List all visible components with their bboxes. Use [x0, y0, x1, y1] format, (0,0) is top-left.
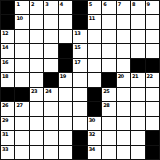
cell-r11c3[interactable] [30, 146, 43, 159]
cell-r8c6[interactable] [73, 102, 86, 115]
cell-r1c2[interactable]: 1 [15, 1, 28, 14]
cell-r8c4[interactable] [44, 102, 57, 115]
cell-r8c5[interactable] [59, 102, 72, 115]
cell-r4c11[interactable] [146, 44, 159, 57]
black-cell [88, 102, 101, 115]
cell-r10c10[interactable] [131, 131, 144, 144]
cell-r3c4[interactable] [44, 30, 57, 43]
clue-number: 11 [89, 15, 95, 21]
cell-r11c5[interactable] [59, 146, 72, 159]
cell-r9c10[interactable] [131, 117, 144, 130]
cell-r10c9[interactable] [117, 131, 130, 144]
cell-r8c2[interactable]: 27 [15, 102, 28, 115]
cell-r1c8[interactable]: 6 [102, 1, 115, 14]
clue-number: 7 [118, 1, 121, 7]
cell-r6c10[interactable]: 21 [131, 73, 144, 86]
cell-r8c9[interactable] [117, 102, 130, 115]
clue-number: 22 [147, 73, 153, 79]
clue-number: 6 [103, 1, 106, 7]
cell-r2c2[interactable]: 10 [15, 15, 28, 28]
cell-r9c4[interactable] [44, 117, 57, 130]
cell-r4c2[interactable] [15, 44, 28, 57]
cell-r3c5[interactable] [59, 30, 72, 43]
cell-r1c11[interactable]: 9 [146, 1, 159, 14]
black-cell [59, 59, 72, 72]
cell-r3c9[interactable] [117, 30, 130, 43]
cell-r11c9[interactable] [117, 146, 130, 159]
clue-number: 27 [16, 102, 22, 108]
clue-number: 4 [60, 1, 63, 7]
cell-r2c5[interactable] [59, 15, 72, 28]
cell-r6c6[interactable] [73, 73, 86, 86]
clue-number: 1 [16, 1, 19, 7]
cell-r11c8[interactable] [102, 146, 115, 159]
clue-number: 25 [103, 88, 109, 94]
cell-r10c7[interactable]: 32 [88, 131, 101, 144]
cell-r6c11[interactable]: 22 [146, 73, 159, 86]
black-cell [146, 59, 159, 72]
cell-r3c11[interactable] [146, 30, 159, 43]
black-cell [73, 146, 86, 159]
cell-r5c7[interactable] [88, 59, 101, 72]
clue-number: 34 [89, 146, 95, 152]
clue-number: 5 [89, 1, 92, 7]
cell-r10c1[interactable]: 31 [1, 131, 14, 144]
cell-r11c4[interactable] [44, 146, 57, 159]
cell-r8c3[interactable] [30, 102, 43, 115]
cell-r4c3[interactable] [30, 44, 43, 57]
cell-r11c10[interactable] [131, 146, 144, 159]
cell-r9c2[interactable] [15, 117, 28, 130]
cell-r7c5[interactable] [59, 88, 72, 101]
black-cell [59, 44, 72, 57]
cell-r5c3[interactable] [30, 59, 43, 72]
cell-r3c1[interactable]: 12 [1, 30, 14, 43]
cell-r3c8[interactable] [102, 30, 115, 43]
cell-r6c7[interactable] [88, 73, 101, 86]
cell-r1c5[interactable]: 4 [59, 1, 72, 14]
cell-r1c10[interactable]: 8 [131, 1, 144, 14]
cell-r8c11[interactable] [146, 102, 159, 115]
clue-number: 15 [74, 44, 80, 50]
clue-number: 26 [2, 102, 8, 108]
clue-number: 9 [147, 1, 150, 7]
cell-r1c9[interactable]: 7 [117, 1, 130, 14]
clue-number: 33 [2, 146, 8, 152]
clue-number: 23 [31, 88, 37, 94]
cell-r5c8[interactable] [102, 59, 115, 72]
black-cell [44, 73, 57, 86]
cell-r4c4[interactable] [44, 44, 57, 57]
cell-r4c8[interactable] [102, 44, 115, 57]
clue-number: 2 [31, 1, 34, 7]
black-cell [88, 88, 101, 101]
black-cell [73, 131, 86, 144]
clue-number: 16 [2, 59, 8, 65]
clue-number: 13 [74, 30, 80, 36]
black-cell [73, 1, 86, 14]
cell-r7c9[interactable] [117, 88, 130, 101]
black-cell [1, 15, 14, 28]
cell-r6c5[interactable]: 19 [59, 73, 72, 86]
clue-number: 29 [2, 117, 8, 123]
cell-r9c11[interactable] [146, 117, 159, 130]
cell-r11c7[interactable]: 34 [88, 146, 101, 159]
cell-r9c5[interactable] [59, 117, 72, 130]
cell-r3c3[interactable] [30, 30, 43, 43]
cell-r3c10[interactable] [131, 30, 144, 43]
cell-r2c3[interactable] [30, 15, 43, 28]
clue-number: 19 [60, 73, 66, 79]
cell-r3c7[interactable] [88, 30, 101, 43]
cell-r2c11[interactable] [146, 15, 159, 28]
cell-r9c8[interactable] [102, 117, 115, 130]
cell-r6c3[interactable] [30, 73, 43, 86]
cell-r4c9[interactable] [117, 44, 130, 57]
cell-r2c7[interactable]: 11 [88, 15, 101, 28]
cell-r9c7[interactable]: 30 [88, 117, 101, 130]
cell-r2c9[interactable] [117, 15, 130, 28]
cell-r4c1[interactable]: 14 [1, 44, 14, 57]
clue-number: 28 [103, 102, 109, 108]
black-cell [15, 88, 28, 101]
cell-r8c1[interactable]: 26 [1, 102, 14, 115]
cell-r8c8[interactable]: 28 [102, 102, 115, 115]
cell-r10c5[interactable] [59, 131, 72, 144]
cell-r11c2[interactable] [15, 146, 28, 159]
cell-r2c10[interactable] [131, 15, 144, 28]
clue-number: 21 [132, 73, 138, 79]
cell-r5c2[interactable] [15, 59, 28, 72]
clue-number: 12 [2, 30, 8, 36]
cell-r10c3[interactable] [30, 131, 43, 144]
cell-r10c8[interactable] [102, 131, 115, 144]
cell-r7c4[interactable]: 24 [44, 88, 57, 101]
clue-number: 8 [132, 1, 135, 7]
cell-r7c11[interactable] [146, 88, 159, 101]
cell-r6c2[interactable] [15, 73, 28, 86]
cell-r9c9[interactable] [117, 117, 130, 130]
cell-r5c4[interactable] [44, 59, 57, 72]
cell-r2c4[interactable] [44, 15, 57, 28]
cell-r4c10[interactable] [131, 44, 144, 57]
cell-r7c10[interactable] [131, 88, 144, 101]
cell-r6c1[interactable]: 18 [1, 73, 14, 86]
cell-r10c2[interactable] [15, 131, 28, 144]
black-cell [73, 15, 86, 28]
cell-r8c10[interactable] [131, 102, 144, 115]
black-cell [146, 146, 159, 159]
black-cell [1, 88, 14, 101]
cell-r3c6[interactable]: 13 [73, 30, 86, 43]
clue-number: 30 [89, 117, 95, 123]
black-cell [102, 73, 115, 86]
cell-r7c3[interactable]: 23 [30, 88, 43, 101]
clue-number: 10 [16, 15, 22, 21]
cell-r10c4[interactable] [44, 131, 57, 144]
clue-number: 3 [45, 1, 48, 7]
cell-r5c9[interactable] [117, 59, 130, 72]
clue-number: 31 [2, 131, 8, 137]
cell-r2c8[interactable] [102, 15, 115, 28]
cell-r1c7[interactable]: 5 [88, 1, 101, 14]
cell-r7c6[interactable] [73, 88, 86, 101]
clue-number: 14 [2, 44, 8, 50]
cell-r9c1[interactable]: 29 [1, 117, 14, 130]
cell-r7c8[interactable]: 25 [102, 88, 115, 101]
black-cell [146, 131, 159, 144]
crossword-board: 1234567891011121314151617181920212223242… [0, 0, 160, 160]
clue-number: 32 [89, 131, 95, 137]
cell-r11c1[interactable]: 33 [1, 146, 14, 159]
cell-r6c9[interactable]: 20 [117, 73, 130, 86]
cell-r3c2[interactable] [15, 30, 28, 43]
cell-r5c6[interactable]: 17 [73, 59, 86, 72]
crossword-puzzle: 1234567891011121314151617181920212223242… [0, 0, 160, 160]
cell-r9c6[interactable] [73, 117, 86, 130]
cell-r4c7[interactable] [88, 44, 101, 57]
black-cell [1, 1, 14, 14]
cell-r1c3[interactable]: 2 [30, 1, 43, 14]
clue-number: 20 [118, 73, 124, 79]
cell-r9c3[interactable] [30, 117, 43, 130]
clue-number: 18 [2, 73, 8, 79]
clue-number: 24 [45, 88, 51, 94]
clue-number: 17 [74, 59, 80, 65]
cell-r4c6[interactable]: 15 [73, 44, 86, 57]
cell-r5c1[interactable]: 16 [1, 59, 14, 72]
cell-r1c4[interactable]: 3 [44, 1, 57, 14]
black-cell [131, 59, 144, 72]
